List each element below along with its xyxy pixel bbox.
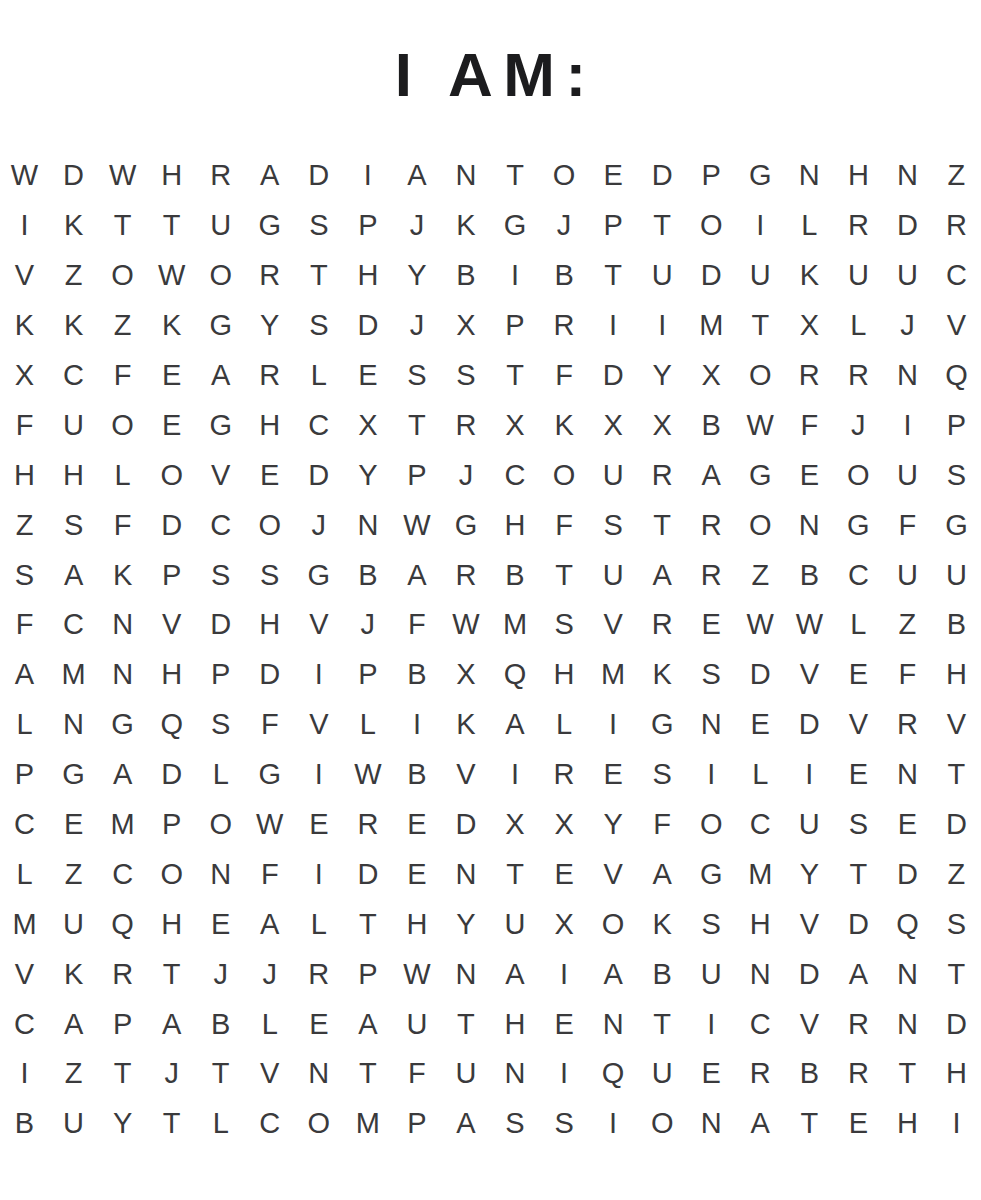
cell-r11c1: A (0, 650, 49, 700)
cell-r2c9: J (392, 201, 441, 251)
cell-r8c6: O (245, 500, 294, 550)
cell-r5c6: R (245, 351, 294, 401)
cell-r8c12: F (540, 500, 589, 550)
cell-r13c13: E (589, 750, 638, 800)
cell-r8c8: N (343, 500, 392, 550)
cell-r3c9: Y (392, 251, 441, 301)
cell-r20c12: S (540, 1099, 589, 1149)
cell-r17c3: R (98, 949, 147, 999)
cell-r10c7: V (294, 600, 343, 650)
cell-r15c19: D (883, 849, 932, 899)
cell-r4c4: K (147, 301, 196, 351)
cell-r4c8: D (343, 301, 392, 351)
cell-r12c15: N (687, 700, 736, 750)
cell-r8c15: R (687, 500, 736, 550)
cell-r6c10: R (441, 400, 490, 450)
cell-r6c14: X (638, 400, 687, 450)
cell-r19c15: E (687, 1049, 736, 1099)
cell-r17c11: A (490, 949, 539, 999)
cell-r2c16: I (736, 201, 785, 251)
cell-r14c9: E (392, 800, 441, 850)
cell-r4c3: Z (98, 301, 147, 351)
cell-r8c19: F (883, 500, 932, 550)
cell-r9c7: G (294, 550, 343, 600)
cell-r2c2: K (49, 201, 98, 251)
cell-r5c19: N (883, 351, 932, 401)
cell-r1c11: T (490, 151, 539, 201)
cell-r15c20: Z (932, 849, 981, 899)
cell-r15c7: I (294, 849, 343, 899)
cell-r19c14: U (638, 1049, 687, 1099)
cell-r13c2: G (49, 750, 98, 800)
cell-r3c3: O (98, 251, 147, 301)
cell-r19c1: I (0, 1049, 49, 1099)
cell-r15c9: E (392, 849, 441, 899)
cell-r10c19: Z (883, 600, 932, 650)
cell-r7c12: O (540, 450, 589, 500)
cell-r10c20: B (932, 600, 981, 650)
cell-r20c5: L (196, 1099, 245, 1149)
cell-r10c1: F (0, 600, 49, 650)
cell-r7c7: D (294, 450, 343, 500)
cell-r3c10: B (441, 251, 490, 301)
cell-r4c1: K (0, 301, 49, 351)
cell-r18c20: D (932, 999, 981, 1049)
cell-r20c17: T (785, 1099, 834, 1149)
cell-r15c16: M (736, 849, 785, 899)
cell-r5c3: F (98, 351, 147, 401)
cell-r10c4: V (147, 600, 196, 650)
cell-r5c2: C (49, 351, 98, 401)
cell-r6c8: X (343, 400, 392, 450)
cell-r12c4: Q (147, 700, 196, 750)
cell-r19c3: T (98, 1049, 147, 1099)
cell-r10c17: W (785, 600, 834, 650)
cell-r5c18: R (834, 351, 883, 401)
cell-r20c10: A (441, 1099, 490, 1149)
cell-r3c17: K (785, 251, 834, 301)
cell-r3c13: T (589, 251, 638, 301)
cell-r14c1: C (0, 800, 49, 850)
cell-r19c16: R (736, 1049, 785, 1099)
cell-r14c15: O (687, 800, 736, 850)
cell-r3c14: U (638, 251, 687, 301)
cell-r20c2: U (49, 1099, 98, 1149)
cell-r4c17: X (785, 301, 834, 351)
cell-r1c9: A (392, 151, 441, 201)
cell-r19c10: U (441, 1049, 490, 1099)
cell-r8c18: G (834, 500, 883, 550)
cell-r6c1: F (0, 400, 49, 450)
cell-r8c5: C (196, 500, 245, 550)
cell-r12c17: D (785, 700, 834, 750)
cell-r8c20: G (932, 500, 981, 550)
cell-r11c16: D (736, 650, 785, 700)
cell-r13c14: S (638, 750, 687, 800)
cell-r1c4: H (147, 151, 196, 201)
cell-r8c7: J (294, 500, 343, 550)
cell-r14c18: S (834, 800, 883, 850)
cell-r2c4: T (147, 201, 196, 251)
cell-r12c12: L (540, 700, 589, 750)
cell-r3c1: V (0, 251, 49, 301)
cell-r14c3: M (98, 800, 147, 850)
cell-r5c9: S (392, 351, 441, 401)
cell-r1c1: W (0, 151, 49, 201)
cell-r7c15: A (687, 450, 736, 500)
cell-r5c10: S (441, 351, 490, 401)
cell-r5c7: L (294, 351, 343, 401)
cell-r4c10: X (441, 301, 490, 351)
cell-r20c11: S (490, 1099, 539, 1149)
cell-r2c10: K (441, 201, 490, 251)
cell-r16c17: V (785, 899, 834, 949)
cell-r7c6: E (245, 450, 294, 500)
cell-r11c8: P (343, 650, 392, 700)
cell-r7c2: H (49, 450, 98, 500)
cell-r16c2: U (49, 899, 98, 949)
cell-r3c15: D (687, 251, 736, 301)
puzzle-title: I AM: (0, 0, 981, 106)
cell-r7c3: L (98, 450, 147, 500)
cell-r15c1: L (0, 849, 49, 899)
cell-r11c5: P (196, 650, 245, 700)
cell-r16c4: H (147, 899, 196, 949)
cell-r12c19: R (883, 700, 932, 750)
cell-r2c13: P (589, 201, 638, 251)
cell-r19c2: Z (49, 1049, 98, 1099)
cell-r14c13: Y (589, 800, 638, 850)
cell-r6c17: F (785, 400, 834, 450)
cell-r17c4: T (147, 949, 196, 999)
cell-r12c14: G (638, 700, 687, 750)
cell-r19c17: B (785, 1049, 834, 1099)
cell-r1c8: I (343, 151, 392, 201)
cell-r14c4: P (147, 800, 196, 850)
cell-r9c6: S (245, 550, 294, 600)
cell-r8c9: W (392, 500, 441, 550)
cell-r6c2: U (49, 400, 98, 450)
cell-r12c10: K (441, 700, 490, 750)
cell-r14c11: X (490, 800, 539, 850)
cell-r2c17: L (785, 201, 834, 251)
cell-r17c16: N (736, 949, 785, 999)
cell-r17c20: T (932, 949, 981, 999)
cell-r13c18: E (834, 750, 883, 800)
cell-r4c16: T (736, 301, 785, 351)
cell-r12c13: I (589, 700, 638, 750)
cell-r11c10: X (441, 650, 490, 700)
cell-r16c16: H (736, 899, 785, 949)
cell-r1c5: R (196, 151, 245, 201)
cell-r8c10: G (441, 500, 490, 550)
cell-r1c6: A (245, 151, 294, 201)
cell-r13c12: R (540, 750, 589, 800)
cell-r11c20: H (932, 650, 981, 700)
cell-r15c2: Z (49, 849, 98, 899)
cell-r2c3: T (98, 201, 147, 251)
cell-r1c16: G (736, 151, 785, 201)
cell-r2c18: R (834, 201, 883, 251)
cell-r7c1: H (0, 450, 49, 500)
cell-r7c19: U (883, 450, 932, 500)
cell-r18c11: H (490, 999, 539, 1049)
cell-r17c15: U (687, 949, 736, 999)
cell-r2c12: J (540, 201, 589, 251)
cell-r8c11: H (490, 500, 539, 550)
cell-r9c5: S (196, 550, 245, 600)
cell-r9c16: Z (736, 550, 785, 600)
cell-r20c15: N (687, 1099, 736, 1149)
cell-r5c4: E (147, 351, 196, 401)
cell-r1c10: N (441, 151, 490, 201)
cell-r6c20: P (932, 400, 981, 450)
cell-r16c13: O (589, 899, 638, 949)
cell-r6c16: W (736, 400, 785, 450)
cell-r15c15: G (687, 849, 736, 899)
cell-r8c2: S (49, 500, 98, 550)
cell-r4c20: V (932, 301, 981, 351)
cell-r19c6: V (245, 1049, 294, 1099)
cell-r1c17: N (785, 151, 834, 201)
cell-r7c8: Y (343, 450, 392, 500)
cell-r8c16: O (736, 500, 785, 550)
cell-r15c14: A (638, 849, 687, 899)
cell-r17c17: D (785, 949, 834, 999)
cell-r12c11: A (490, 700, 539, 750)
cell-r18c15: I (687, 999, 736, 1049)
cell-r4c7: S (294, 301, 343, 351)
cell-r6c15: B (687, 400, 736, 450)
cell-r9c13: U (589, 550, 638, 600)
cell-r14c20: D (932, 800, 981, 850)
cell-r10c14: R (638, 600, 687, 650)
cell-r18c12: E (540, 999, 589, 1049)
cell-r10c10: W (441, 600, 490, 650)
cell-r19c18: R (834, 1049, 883, 1099)
cell-r20c4: T (147, 1099, 196, 1149)
cell-r20c18: E (834, 1099, 883, 1149)
cell-r16c12: X (540, 899, 589, 949)
cell-r15c13: V (589, 849, 638, 899)
cell-r3c11: I (490, 251, 539, 301)
cell-r17c5: J (196, 949, 245, 999)
cell-r3c7: T (294, 251, 343, 301)
cell-r13c8: W (343, 750, 392, 800)
cell-r9c14: A (638, 550, 687, 600)
cell-r6c19: I (883, 400, 932, 450)
cell-r10c3: N (98, 600, 147, 650)
cell-r14c7: E (294, 800, 343, 850)
cell-r7c17: E (785, 450, 834, 500)
cell-r4c19: J (883, 301, 932, 351)
cell-r16c9: H (392, 899, 441, 949)
cell-r20c3: Y (98, 1099, 147, 1149)
cell-r17c12: I (540, 949, 589, 999)
cell-r9c20: U (932, 550, 981, 600)
cell-r20c16: A (736, 1099, 785, 1149)
cell-r3c8: H (343, 251, 392, 301)
cell-r12c16: E (736, 700, 785, 750)
cell-r14c12: X (540, 800, 589, 850)
cell-r12c18: V (834, 700, 883, 750)
cell-r3c20: C (932, 251, 981, 301)
cell-r2c6: G (245, 201, 294, 251)
cell-r13c17: I (785, 750, 834, 800)
cell-r8c17: N (785, 500, 834, 550)
cell-r19c5: T (196, 1049, 245, 1099)
word-search-grid: WDWHRADIANTOEDPGNHNZIKTTUGSPJKGJPTOILRDR… (0, 151, 981, 1149)
cell-r12c1: L (0, 700, 49, 750)
cell-r7c18: O (834, 450, 883, 500)
cell-r14c8: R (343, 800, 392, 850)
cell-r14c6: W (245, 800, 294, 850)
cell-r17c10: N (441, 949, 490, 999)
cell-r18c18: R (834, 999, 883, 1049)
cell-r15c11: T (490, 849, 539, 899)
cell-r4c9: J (392, 301, 441, 351)
cell-r13c9: B (392, 750, 441, 800)
word-search-page: I AM: WDWHRADIANTOEDPGNHNZIKTTUGSPJKGJPT… (0, 0, 981, 1200)
cell-r18c10: T (441, 999, 490, 1049)
cell-r11c4: H (147, 650, 196, 700)
cell-r18c4: A (147, 999, 196, 1049)
cell-r9c15: R (687, 550, 736, 600)
cell-r1c20: Z (932, 151, 981, 201)
cell-r10c13: V (589, 600, 638, 650)
cell-r2c15: O (687, 201, 736, 251)
cell-r17c1: V (0, 949, 49, 999)
cell-r8c14: T (638, 500, 687, 550)
cell-r3c6: R (245, 251, 294, 301)
cell-r1c3: W (98, 151, 147, 201)
cell-r9c2: A (49, 550, 98, 600)
cell-r5c1: X (0, 351, 49, 401)
cell-r9c18: C (834, 550, 883, 600)
cell-r9c17: B (785, 550, 834, 600)
cell-r7c13: U (589, 450, 638, 500)
cell-r17c18: A (834, 949, 883, 999)
cell-r3c16: U (736, 251, 785, 301)
cell-r15c12: E (540, 849, 589, 899)
cell-r18c9: U (392, 999, 441, 1049)
cell-r3c19: U (883, 251, 932, 301)
cell-r19c19: T (883, 1049, 932, 1099)
cell-r12c9: I (392, 700, 441, 750)
cell-r12c2: N (49, 700, 98, 750)
cell-r18c7: E (294, 999, 343, 1049)
cell-r5c11: T (490, 351, 539, 401)
cell-r8c13: S (589, 500, 638, 550)
cell-r10c12: S (540, 600, 589, 650)
cell-r18c8: A (343, 999, 392, 1049)
cell-r2c14: T (638, 201, 687, 251)
cell-r4c11: P (490, 301, 539, 351)
cell-r20c1: B (0, 1099, 49, 1149)
cell-r1c19: N (883, 151, 932, 201)
cell-r17c19: N (883, 949, 932, 999)
cell-r17c6: J (245, 949, 294, 999)
cell-r18c5: B (196, 999, 245, 1049)
cell-r9c10: R (441, 550, 490, 600)
cell-r8c4: D (147, 500, 196, 550)
cell-r17c2: K (49, 949, 98, 999)
cell-r15c8: D (343, 849, 392, 899)
cell-r6c11: X (490, 400, 539, 450)
cell-r15c6: F (245, 849, 294, 899)
cell-r1c14: D (638, 151, 687, 201)
cell-r7c9: P (392, 450, 441, 500)
cell-r3c4: W (147, 251, 196, 301)
cell-r10c5: D (196, 600, 245, 650)
cell-r2c19: D (883, 201, 932, 251)
cell-r20c9: P (392, 1099, 441, 1149)
cell-r16c20: S (932, 899, 981, 949)
cell-r9c11: B (490, 550, 539, 600)
cell-r5c17: R (785, 351, 834, 401)
cell-r9c3: K (98, 550, 147, 600)
cell-r18c3: P (98, 999, 147, 1049)
cell-r16c19: Q (883, 899, 932, 949)
cell-r11c14: K (638, 650, 687, 700)
cell-r4c2: K (49, 301, 98, 351)
cell-r16c15: S (687, 899, 736, 949)
cell-r10c9: F (392, 600, 441, 650)
cell-r5c14: Y (638, 351, 687, 401)
cell-r8c3: F (98, 500, 147, 550)
cell-r9c8: B (343, 550, 392, 600)
cell-r9c9: A (392, 550, 441, 600)
cell-r11c7: I (294, 650, 343, 700)
cell-r1c7: D (294, 151, 343, 201)
cell-r13c11: I (490, 750, 539, 800)
cell-r11c9: B (392, 650, 441, 700)
cell-r19c11: N (490, 1049, 539, 1099)
cell-r13c15: I (687, 750, 736, 800)
cell-r16c1: M (0, 899, 49, 949)
cell-r14c5: O (196, 800, 245, 850)
cell-r14c16: C (736, 800, 785, 850)
cell-r20c20: I (932, 1099, 981, 1149)
cell-r4c5: G (196, 301, 245, 351)
cell-r14c14: F (638, 800, 687, 850)
cell-r3c2: Z (49, 251, 98, 301)
cell-r10c11: M (490, 600, 539, 650)
cell-r4c6: Y (245, 301, 294, 351)
cell-r13c6: G (245, 750, 294, 800)
cell-r11c2: M (49, 650, 98, 700)
cell-r5c13: D (589, 351, 638, 401)
cell-r18c2: A (49, 999, 98, 1049)
cell-r16c14: K (638, 899, 687, 949)
cell-r19c9: F (392, 1049, 441, 1099)
cell-r10c6: H (245, 600, 294, 650)
cell-r20c13: I (589, 1099, 638, 1149)
cell-r11c15: S (687, 650, 736, 700)
cell-r13c4: D (147, 750, 196, 800)
cell-r2c5: U (196, 201, 245, 251)
cell-r18c6: L (245, 999, 294, 1049)
cell-r10c16: W (736, 600, 785, 650)
cell-r4c12: R (540, 301, 589, 351)
cell-r20c8: M (343, 1099, 392, 1149)
cell-r13c5: L (196, 750, 245, 800)
cell-r12c7: V (294, 700, 343, 750)
cell-r12c3: G (98, 700, 147, 750)
cell-r17c14: B (638, 949, 687, 999)
cell-r16c7: L (294, 899, 343, 949)
cell-r7c16: G (736, 450, 785, 500)
